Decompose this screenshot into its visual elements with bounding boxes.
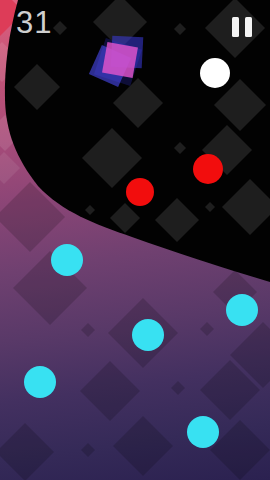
ball-cyan[interactable]	[187, 416, 219, 448]
game-screen[interactable]: 31	[0, 0, 270, 480]
ball-cyan[interactable]	[226, 294, 258, 326]
pause-icon	[232, 17, 239, 37]
ball-cyan[interactable]	[24, 366, 56, 398]
ball-cyan[interactable]	[51, 244, 83, 276]
pause-button[interactable]	[232, 17, 252, 37]
ball-field	[0, 0, 270, 480]
ball-cyan[interactable]	[132, 319, 164, 351]
ball-red[interactable]	[126, 178, 154, 206]
score-label: 31	[16, 7, 52, 38]
ball-red[interactable]	[193, 154, 223, 184]
ball-white[interactable]	[200, 58, 230, 88]
pause-icon	[245, 17, 252, 37]
